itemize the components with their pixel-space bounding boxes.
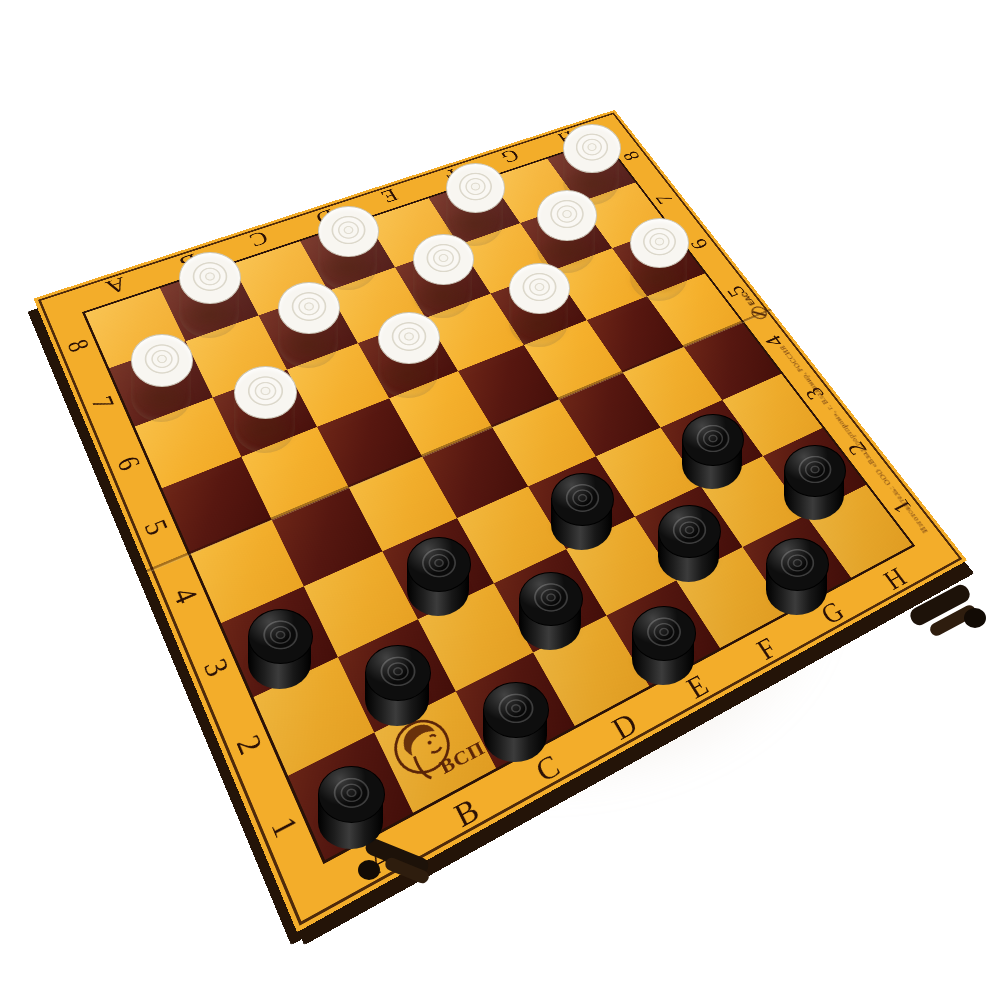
checker-black-g1[interactable] — [766, 538, 827, 615]
checker-white-g7[interactable] — [537, 190, 595, 273]
checker-black-b2[interactable] — [365, 645, 429, 725]
checker-white-d8[interactable] — [318, 206, 376, 290]
photo-scene: ABCDEFGHABCDEFGH8765432187654321 ВСП ЕАС… — [0, 0, 1000, 1000]
checker-white-c7[interactable] — [278, 282, 338, 368]
checker-white-f6[interactable] — [509, 263, 568, 347]
checker-white-h6[interactable] — [630, 218, 688, 301]
checker-black-e3[interactable] — [551, 473, 612, 550]
checker-black-f2[interactable] — [658, 505, 719, 582]
checker-black-h2[interactable] — [784, 445, 844, 521]
checker-white-d6[interactable] — [378, 312, 438, 398]
checker-black-a3[interactable] — [248, 609, 312, 689]
checker-black-a1[interactable] — [318, 766, 383, 848]
checker-white-a7[interactable] — [131, 334, 192, 421]
checker-white-b8[interactable] — [179, 252, 239, 338]
checker-black-e1[interactable] — [632, 606, 695, 685]
checker-white-e7[interactable] — [413, 234, 472, 318]
board-latch-right — [898, 580, 990, 650]
checker-black-c3[interactable] — [407, 537, 469, 616]
eac-mark: ЕАС — [739, 291, 756, 307]
checker-black-d2[interactable] — [519, 572, 581, 651]
checker-black-c1[interactable] — [483, 682, 547, 762]
checker-black-g3[interactable] — [682, 414, 742, 490]
checker-white-b6[interactable] — [234, 366, 295, 454]
